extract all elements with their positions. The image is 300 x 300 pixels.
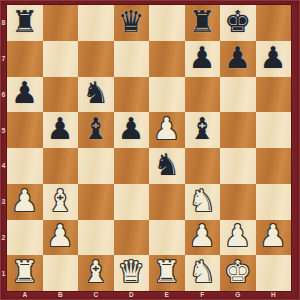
piece-white-pawn-a3: ♟ (11, 186, 38, 216)
square-f7[interactable]: ♟ (185, 41, 221, 77)
piece-black-bishop-f5: ♝ (189, 114, 216, 144)
square-h1[interactable] (256, 255, 292, 291)
square-h5[interactable] (256, 112, 292, 148)
piece-black-pawn-a6: ♟ (11, 78, 38, 108)
square-c6[interactable]: ♞ (78, 77, 114, 113)
square-f3[interactable]: ♞ (185, 184, 221, 220)
square-f1[interactable]: ♞ (185, 255, 221, 291)
square-a3[interactable]: ♟ (7, 184, 43, 220)
rank-label-8: 8 (0, 5, 7, 41)
square-d1[interactable]: ♛ (114, 255, 150, 291)
square-a5[interactable] (7, 112, 43, 148)
piece-black-queen-d8: ♛ (118, 7, 145, 37)
rank-label-5: 5 (0, 112, 7, 148)
square-c2[interactable] (78, 220, 114, 256)
square-h7[interactable]: ♟ (256, 41, 292, 77)
rank-label-2: 2 (0, 220, 7, 256)
piece-black-knight-c6: ♞ (82, 78, 109, 108)
square-e6[interactable] (149, 77, 185, 113)
chess-board: ♜♛♜♚♟♟♟♟♞♟♝♟♟♝♞♟♝♞♟♟♟♟♜♝♛♜♞♚ (7, 5, 291, 291)
piece-white-rook-e1: ♜ (153, 257, 180, 287)
piece-black-pawn-d5: ♟ (118, 114, 145, 144)
square-d2[interactable] (114, 220, 150, 256)
square-e8[interactable] (149, 5, 185, 41)
piece-white-knight-f1: ♞ (189, 257, 216, 287)
square-h6[interactable] (256, 77, 292, 113)
square-h8[interactable] (256, 5, 292, 41)
piece-white-knight-f3: ♞ (189, 186, 216, 216)
piece-black-pawn-f7: ♟ (189, 43, 216, 73)
square-b7[interactable] (43, 41, 79, 77)
square-d3[interactable] (114, 184, 150, 220)
square-h3[interactable] (256, 184, 292, 220)
square-e5[interactable]: ♟ (149, 112, 185, 148)
square-g8[interactable]: ♚ (220, 5, 256, 41)
square-a2[interactable] (7, 220, 43, 256)
square-c4[interactable] (78, 148, 114, 184)
file-label-d: D (114, 291, 150, 300)
piece-black-rook-f8: ♜ (189, 7, 216, 37)
file-labels: ABCDEFGH (7, 291, 291, 300)
piece-white-bishop-b3: ♝ (47, 186, 74, 216)
file-label-b: B (43, 291, 79, 300)
piece-white-rook-a1: ♜ (11, 257, 38, 287)
square-b5[interactable]: ♟ (43, 112, 79, 148)
piece-white-pawn-g2: ♟ (224, 221, 251, 251)
square-e3[interactable] (149, 184, 185, 220)
square-h4[interactable] (256, 148, 292, 184)
chessboard-frame: 87654321 ♜♛♜♚♟♟♟♟♞♟♝♟♟♝♞♟♝♞♟♟♟♟♜♝♛♜♞♚ AB… (0, 0, 300, 300)
piece-white-bishop-c1: ♝ (82, 257, 109, 287)
piece-white-pawn-f2: ♟ (189, 221, 216, 251)
piece-white-pawn-h2: ♟ (260, 221, 287, 251)
file-label-a: A (7, 291, 43, 300)
piece-black-knight-e4: ♞ (153, 150, 180, 180)
square-a7[interactable] (7, 41, 43, 77)
piece-black-pawn-b5: ♟ (47, 114, 74, 144)
square-g5[interactable] (220, 112, 256, 148)
rank-label-6: 6 (0, 77, 7, 113)
file-label-c: C (78, 291, 114, 300)
piece-white-queen-d1: ♛ (118, 257, 145, 287)
rank-label-7: 7 (0, 41, 7, 77)
square-c1[interactable]: ♝ (78, 255, 114, 291)
square-b2[interactable]: ♟ (43, 220, 79, 256)
piece-white-pawn-e5: ♟ (153, 114, 180, 144)
file-label-e: E (149, 291, 185, 300)
square-d5[interactable]: ♟ (114, 112, 150, 148)
square-f8[interactable]: ♜ (185, 5, 221, 41)
square-d6[interactable] (114, 77, 150, 113)
square-h2[interactable]: ♟ (256, 220, 292, 256)
square-e4[interactable]: ♞ (149, 148, 185, 184)
square-b8[interactable] (43, 5, 79, 41)
square-e2[interactable] (149, 220, 185, 256)
file-label-f: F (185, 291, 221, 300)
file-label-g: G (220, 291, 256, 300)
square-d7[interactable] (114, 41, 150, 77)
square-c3[interactable] (78, 184, 114, 220)
square-a4[interactable] (7, 148, 43, 184)
square-c8[interactable] (78, 5, 114, 41)
square-b1[interactable] (43, 255, 79, 291)
file-label-h: H (256, 291, 292, 300)
square-f2[interactable]: ♟ (185, 220, 221, 256)
square-c7[interactable] (78, 41, 114, 77)
square-g3[interactable] (220, 184, 256, 220)
piece-black-pawn-g7: ♟ (224, 43, 251, 73)
piece-white-pawn-b2: ♟ (47, 221, 74, 251)
piece-white-king-g1: ♚ (224, 257, 251, 287)
square-b6[interactable] (43, 77, 79, 113)
square-b3[interactable]: ♝ (43, 184, 79, 220)
square-c5[interactable]: ♝ (78, 112, 114, 148)
rank-label-4: 4 (0, 148, 7, 184)
square-a8[interactable]: ♜ (7, 5, 43, 41)
square-a6[interactable]: ♟ (7, 77, 43, 113)
piece-black-king-g8: ♚ (224, 7, 251, 37)
piece-black-rook-a8: ♜ (11, 7, 38, 37)
square-d8[interactable]: ♛ (114, 5, 150, 41)
square-g6[interactable] (220, 77, 256, 113)
square-f6[interactable] (185, 77, 221, 113)
square-e1[interactable]: ♜ (149, 255, 185, 291)
square-g1[interactable]: ♚ (220, 255, 256, 291)
square-a1[interactable]: ♜ (7, 255, 43, 291)
square-g2[interactable]: ♟ (220, 220, 256, 256)
rank-label-3: 3 (0, 184, 7, 220)
rank-label-1: 1 (0, 255, 7, 291)
square-e7[interactable] (149, 41, 185, 77)
rank-labels: 87654321 (0, 5, 7, 291)
piece-black-bishop-c5: ♝ (82, 114, 109, 144)
square-g7[interactable]: ♟ (220, 41, 256, 77)
piece-black-pawn-h7: ♟ (260, 43, 287, 73)
square-d4[interactable] (114, 148, 150, 184)
square-f4[interactable] (185, 148, 221, 184)
square-g4[interactable] (220, 148, 256, 184)
square-f5[interactable]: ♝ (185, 112, 221, 148)
square-b4[interactable] (43, 148, 79, 184)
